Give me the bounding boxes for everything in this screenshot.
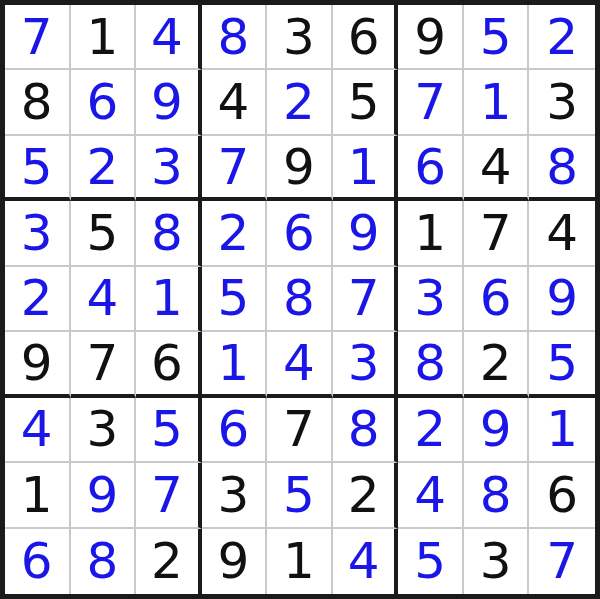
cell-r1c7[interactable]: 9	[398, 5, 464, 70]
cell-r8c2[interactable]: 9	[71, 463, 137, 528]
cell-r8c1[interactable]: 1	[5, 463, 71, 528]
cell-r6c9[interactable]: 5	[529, 332, 595, 397]
cell-r8c8[interactable]: 8	[464, 463, 530, 528]
cell-r5c2[interactable]: 4	[71, 267, 137, 332]
cell-r9c9[interactable]: 7	[529, 529, 595, 594]
cell-r3c4[interactable]: 7	[202, 136, 268, 201]
cell-r5c6[interactable]: 7	[333, 267, 399, 332]
cell-r1c8[interactable]: 5	[464, 5, 530, 70]
cell-r2c6[interactable]: 5	[333, 70, 399, 135]
cell-r4c7[interactable]: 1	[398, 201, 464, 266]
cell-r1c2[interactable]: 1	[71, 5, 137, 70]
cell-r6c3[interactable]: 6	[136, 332, 202, 397]
cell-r9c1[interactable]: 6	[5, 529, 71, 594]
cell-r3c3[interactable]: 3	[136, 136, 202, 201]
cell-r8c3[interactable]: 7	[136, 463, 202, 528]
cell-r6c1[interactable]: 9	[5, 332, 71, 397]
cell-r6c6[interactable]: 3	[333, 332, 399, 397]
cell-r9c5[interactable]: 1	[267, 529, 333, 594]
cell-r7c1[interactable]: 4	[5, 398, 71, 463]
cell-r7c5[interactable]: 7	[267, 398, 333, 463]
cell-r3c7[interactable]: 6	[398, 136, 464, 201]
cell-r1c6[interactable]: 6	[333, 5, 399, 70]
cell-r3c5[interactable]: 9	[267, 136, 333, 201]
cell-r4c2[interactable]: 5	[71, 201, 137, 266]
cell-r2c7[interactable]: 7	[398, 70, 464, 135]
cell-r6c7[interactable]: 8	[398, 332, 464, 397]
cell-r9c3[interactable]: 2	[136, 529, 202, 594]
cell-r6c8[interactable]: 2	[464, 332, 530, 397]
cell-r8c5[interactable]: 5	[267, 463, 333, 528]
cell-r6c5[interactable]: 4	[267, 332, 333, 397]
cell-r1c4[interactable]: 8	[202, 5, 268, 70]
cell-r2c5[interactable]: 2	[267, 70, 333, 135]
cell-r9c6[interactable]: 4	[333, 529, 399, 594]
cell-r7c2[interactable]: 3	[71, 398, 137, 463]
cell-r4c8[interactable]: 7	[464, 201, 530, 266]
cell-r8c7[interactable]: 4	[398, 463, 464, 528]
cell-r7c8[interactable]: 9	[464, 398, 530, 463]
cell-r3c2[interactable]: 2	[71, 136, 137, 201]
cell-r1c1[interactable]: 7	[5, 5, 71, 70]
cell-r9c7[interactable]: 5	[398, 529, 464, 594]
cell-r2c2[interactable]: 6	[71, 70, 137, 135]
cell-r7c9[interactable]: 1	[529, 398, 595, 463]
cell-r7c4[interactable]: 6	[202, 398, 268, 463]
cell-r4c6[interactable]: 9	[333, 201, 399, 266]
cell-r2c4[interactable]: 4	[202, 70, 268, 135]
cell-r1c9[interactable]: 2	[529, 5, 595, 70]
cell-r4c4[interactable]: 2	[202, 201, 268, 266]
cell-r5c3[interactable]: 1	[136, 267, 202, 332]
cell-r2c1[interactable]: 8	[5, 70, 71, 135]
cell-r5c9[interactable]: 9	[529, 267, 595, 332]
cell-r5c4[interactable]: 5	[202, 267, 268, 332]
cell-r2c9[interactable]: 3	[529, 70, 595, 135]
cell-r8c4[interactable]: 3	[202, 463, 268, 528]
cell-r4c9[interactable]: 4	[529, 201, 595, 266]
cell-r7c7[interactable]: 2	[398, 398, 464, 463]
cell-r8c9[interactable]: 6	[529, 463, 595, 528]
cell-r1c5[interactable]: 3	[267, 5, 333, 70]
cell-r9c2[interactable]: 8	[71, 529, 137, 594]
cell-r3c1[interactable]: 5	[5, 136, 71, 201]
cell-r8c6[interactable]: 2	[333, 463, 399, 528]
cell-r9c8[interactable]: 3	[464, 529, 530, 594]
cell-r5c5[interactable]: 8	[267, 267, 333, 332]
sudoku-board: 7148369528694257135237916483582691742415…	[0, 0, 600, 599]
cell-r4c5[interactable]: 6	[267, 201, 333, 266]
cell-r1c3[interactable]: 4	[136, 5, 202, 70]
cell-r3c6[interactable]: 1	[333, 136, 399, 201]
cell-r7c3[interactable]: 5	[136, 398, 202, 463]
cell-r6c4[interactable]: 1	[202, 332, 268, 397]
cell-r5c1[interactable]: 2	[5, 267, 71, 332]
cell-r5c8[interactable]: 6	[464, 267, 530, 332]
cell-r3c9[interactable]: 8	[529, 136, 595, 201]
cell-r9c4[interactable]: 9	[202, 529, 268, 594]
cell-r5c7[interactable]: 3	[398, 267, 464, 332]
cell-r4c3[interactable]: 8	[136, 201, 202, 266]
cell-r4c1[interactable]: 3	[5, 201, 71, 266]
cell-r2c8[interactable]: 1	[464, 70, 530, 135]
cell-r3c8[interactable]: 4	[464, 136, 530, 201]
cell-r2c3[interactable]: 9	[136, 70, 202, 135]
cell-r6c2[interactable]: 7	[71, 332, 137, 397]
cell-r7c6[interactable]: 8	[333, 398, 399, 463]
